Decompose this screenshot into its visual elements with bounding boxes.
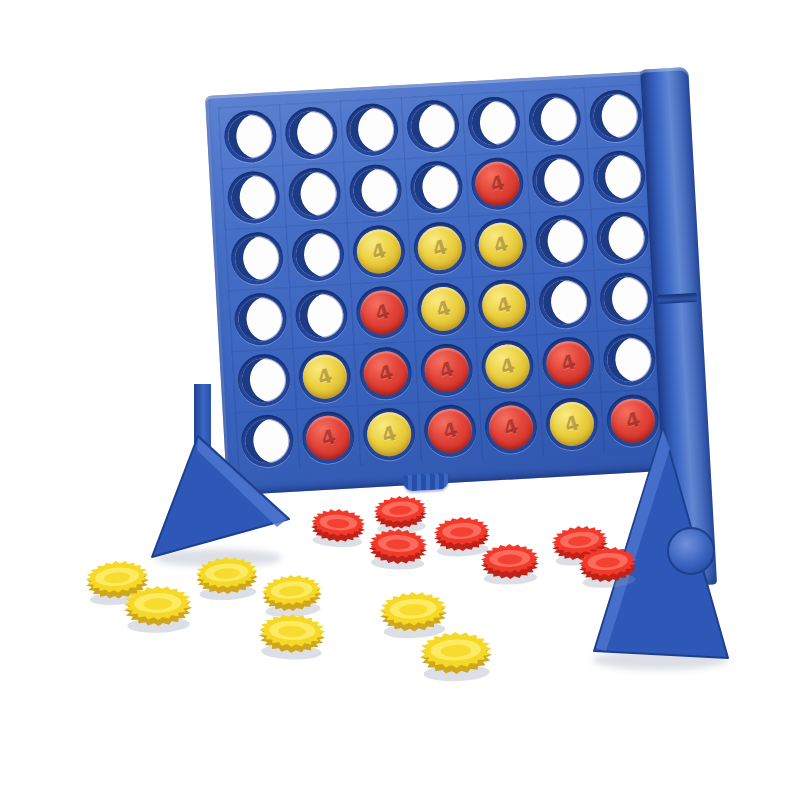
loose-disc-red — [475, 538, 545, 587]
loose-disc-yellow — [414, 627, 498, 684]
loose-disc-red — [363, 523, 433, 572]
loose-disc-yellow — [190, 551, 264, 604]
loose-disc-yellow — [118, 581, 198, 636]
loose-disc-red — [305, 503, 371, 551]
loose-discs-area — [0, 0, 792, 792]
loose-disc-yellow — [253, 608, 331, 662]
connect-four-product-photo: 444444444444444444 — [0, 0, 792, 792]
loose-disc-red — [572, 540, 643, 592]
